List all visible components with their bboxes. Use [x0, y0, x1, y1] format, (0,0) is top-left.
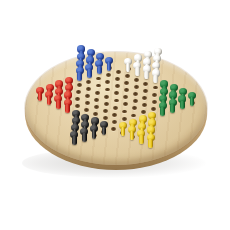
peg-green[interactable]	[169, 99, 177, 113]
peg-blue[interactable]	[85, 64, 93, 78]
peg-body	[126, 63, 131, 72]
peg-red[interactable]	[64, 99, 72, 113]
peg-body	[148, 139, 153, 148]
peg-body	[160, 107, 165, 116]
peg-white[interactable]	[133, 62, 141, 76]
peg-body	[56, 100, 61, 109]
peg-body	[139, 135, 144, 144]
peg-yellow[interactable]	[119, 122, 127, 136]
peg-white[interactable]	[152, 69, 160, 83]
peg-body	[72, 136, 77, 145]
peg-body	[77, 72, 82, 81]
peg-red[interactable]	[45, 91, 53, 105]
peg-body	[102, 127, 107, 136]
peg-black[interactable]	[80, 128, 88, 142]
peg-body	[92, 130, 97, 139]
chinese-checkers-photo	[0, 0, 230, 230]
peg-body	[130, 131, 135, 140]
peg-body	[38, 92, 43, 101]
peg-blue[interactable]	[95, 60, 103, 74]
peg-yellow[interactable]	[128, 126, 136, 140]
peg-green[interactable]	[159, 102, 167, 116]
peg-blue[interactable]	[76, 67, 84, 81]
peg-yellow[interactable]	[147, 134, 155, 148]
peg-blue[interactable]	[105, 57, 113, 71]
peg-body	[180, 101, 185, 110]
peg-white[interactable]	[124, 58, 132, 72]
peg-body	[87, 69, 92, 78]
peg-body	[82, 133, 87, 142]
peg-black[interactable]	[70, 131, 78, 145]
peg-body	[47, 96, 52, 105]
peg-body	[170, 104, 175, 113]
peg-red[interactable]	[36, 87, 44, 101]
peg-green[interactable]	[188, 92, 196, 106]
peg-green[interactable]	[178, 95, 186, 109]
pegs-layer	[0, 0, 230, 230]
peg-red[interactable]	[54, 95, 62, 109]
peg-body	[65, 104, 70, 113]
peg-body	[121, 127, 126, 136]
peg-yellow[interactable]	[137, 130, 145, 144]
peg-body	[144, 71, 149, 80]
peg-body	[190, 97, 195, 106]
peg-body	[135, 67, 140, 76]
peg-body	[107, 62, 112, 71]
peg-black[interactable]	[100, 121, 108, 135]
peg-black[interactable]	[90, 125, 98, 139]
peg-white[interactable]	[143, 65, 151, 79]
peg-body	[153, 75, 158, 84]
peg-body	[97, 66, 102, 75]
